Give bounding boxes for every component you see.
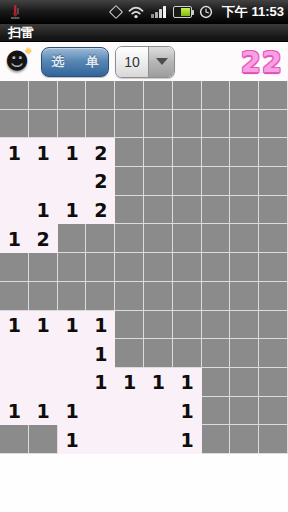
cell-r6c7[interactable] xyxy=(173,224,202,253)
cell-r4c3[interactable] xyxy=(58,167,87,196)
cell-r12c10[interactable] xyxy=(259,397,288,426)
cell-r7c2[interactable] xyxy=(29,253,58,282)
cell-r4c8[interactable] xyxy=(202,167,231,196)
cell-r4c9[interactable] xyxy=(230,167,259,196)
cell-r6c6[interactable] xyxy=(144,224,173,253)
cell-r9c5[interactable] xyxy=(115,311,144,340)
cell-r11c4[interactable]: 1 xyxy=(86,368,115,397)
cell-r4c1[interactable] xyxy=(0,167,29,196)
cell-r4c4[interactable]: 2 xyxy=(86,167,115,196)
cell-r10c2[interactable] xyxy=(29,339,58,368)
usb-debug-icon xyxy=(8,4,22,20)
cell-r7c1[interactable] xyxy=(0,253,29,282)
cell-r11c5[interactable]: 1 xyxy=(115,368,144,397)
cell-r1c5[interactable] xyxy=(115,81,144,110)
screen-background xyxy=(0,454,288,511)
mine-counter: 22 xyxy=(241,45,283,79)
cell-r7c10[interactable] xyxy=(259,253,288,282)
cell-r3c7[interactable] xyxy=(173,138,202,167)
cell-r13c3[interactable]: 1 xyxy=(58,425,87,454)
cell-r13c6[interactable] xyxy=(144,425,173,454)
chevron-down-icon xyxy=(156,58,168,65)
cell-r12c2[interactable]: 1 xyxy=(29,397,58,426)
cell-r2c9[interactable] xyxy=(230,110,259,139)
cell-r5c7[interactable] xyxy=(173,196,202,225)
cell-r12c6[interactable] xyxy=(144,397,173,426)
cell-r3c6[interactable] xyxy=(144,138,173,167)
cell-r9c8[interactable] xyxy=(202,311,231,340)
cell-r1c2[interactable] xyxy=(29,81,58,110)
cell-r5c10[interactable] xyxy=(259,196,288,225)
cell-r11c2[interactable] xyxy=(29,368,58,397)
cell-r2c7[interactable] xyxy=(173,110,202,139)
cell-r11c6[interactable]: 1 xyxy=(144,368,173,397)
cell-r13c4[interactable] xyxy=(86,425,115,454)
toolbar: ☻ ✦ 选 单 10 22 xyxy=(0,42,288,81)
cell-r9c9[interactable] xyxy=(230,311,259,340)
cell-r11c8[interactable] xyxy=(202,368,231,397)
cell-r5c3[interactable]: 1 xyxy=(58,196,87,225)
cell-r12c7[interactable]: 1 xyxy=(173,397,202,426)
cell-r9c4[interactable]: 1 xyxy=(86,311,115,340)
cell-r8c6[interactable] xyxy=(144,282,173,311)
cell-r3c9[interactable] xyxy=(230,138,259,167)
board-size-spinner[interactable]: 10 xyxy=(115,46,175,78)
status-time: 下午 11:53 xyxy=(222,3,284,21)
cell-r11c1[interactable] xyxy=(0,368,29,397)
cell-r10c10[interactable] xyxy=(259,339,288,368)
spark-icon: ✦ xyxy=(24,45,33,58)
cell-r11c10[interactable] xyxy=(259,368,288,397)
cell-r6c8[interactable] xyxy=(202,224,231,253)
cell-r8c1[interactable] xyxy=(0,282,29,311)
cell-r13c5[interactable] xyxy=(115,425,144,454)
cell-r6c10[interactable] xyxy=(259,224,288,253)
cell-r5c8[interactable] xyxy=(202,196,231,225)
cell-r2c8[interactable] xyxy=(202,110,231,139)
cell-r1c7[interactable] xyxy=(173,81,202,110)
cell-r13c1[interactable] xyxy=(0,425,29,454)
cell-r13c9[interactable] xyxy=(230,425,259,454)
signal-strength-icon xyxy=(151,6,166,18)
cell-r6c3[interactable] xyxy=(58,224,87,253)
cell-r10c8[interactable] xyxy=(202,339,231,368)
cell-r9c7[interactable] xyxy=(173,311,202,340)
cell-r13c7[interactable]: 1 xyxy=(173,425,202,454)
cell-r2c2[interactable] xyxy=(29,110,58,139)
cell-r8c3[interactable] xyxy=(58,282,87,311)
cell-r6c1[interactable]: 1 xyxy=(0,224,29,253)
cell-r7c5[interactable] xyxy=(115,253,144,282)
minesweeper-board: 1112211212111111111111111 xyxy=(0,81,288,454)
cell-r7c8[interactable] xyxy=(202,253,231,282)
cell-r8c8[interactable] xyxy=(202,282,231,311)
cell-r10c6[interactable] xyxy=(144,339,173,368)
cell-r13c2[interactable] xyxy=(29,425,58,454)
cell-r5c5[interactable] xyxy=(115,196,144,225)
cell-r5c1[interactable] xyxy=(0,196,29,225)
cell-r12c9[interactable] xyxy=(230,397,259,426)
cell-r10c5[interactable] xyxy=(115,339,144,368)
cell-r12c1[interactable]: 1 xyxy=(0,397,29,426)
cell-r2c1[interactable] xyxy=(0,110,29,139)
cell-r7c3[interactable] xyxy=(58,253,87,282)
cell-r2c5[interactable] xyxy=(115,110,144,139)
cell-r4c10[interactable] xyxy=(259,167,288,196)
cell-r11c9[interactable] xyxy=(230,368,259,397)
cell-r9c10[interactable] xyxy=(259,311,288,340)
cell-r1c4[interactable] xyxy=(86,81,115,110)
cell-r6c2[interactable]: 2 xyxy=(29,224,58,253)
cell-r1c8[interactable] xyxy=(202,81,231,110)
menu-button[interactable]: 选 单 xyxy=(41,47,109,77)
cell-r13c8[interactable] xyxy=(202,425,231,454)
cell-r2c6[interactable] xyxy=(144,110,173,139)
status-bar: 下午 11:53 xyxy=(0,0,288,24)
status-icons: 下午 11:53 xyxy=(111,3,284,21)
cell-r1c9[interactable] xyxy=(230,81,259,110)
cell-r1c6[interactable] xyxy=(144,81,173,110)
cell-r8c7[interactable] xyxy=(173,282,202,311)
cell-r5c6[interactable] xyxy=(144,196,173,225)
cell-r2c4[interactable] xyxy=(86,110,115,139)
wifi-icon xyxy=(128,6,144,19)
cell-r9c6[interactable] xyxy=(144,311,173,340)
cell-r1c3[interactable] xyxy=(58,81,87,110)
cell-r8c4[interactable] xyxy=(86,282,115,311)
cell-r9c3[interactable]: 1 xyxy=(58,311,87,340)
cell-r11c7[interactable]: 1 xyxy=(173,368,202,397)
cell-r5c4[interactable]: 2 xyxy=(86,196,115,225)
app-title: 扫雷 xyxy=(8,24,34,42)
battery-icon xyxy=(173,6,192,18)
cell-r8c2[interactable] xyxy=(29,282,58,311)
cell-r10c9[interactable] xyxy=(230,339,259,368)
cell-r8c9[interactable] xyxy=(230,282,259,311)
cell-r3c2[interactable]: 1 xyxy=(29,138,58,167)
cell-r6c9[interactable] xyxy=(230,224,259,253)
spinner-value: 10 xyxy=(116,47,148,77)
cell-r4c7[interactable] xyxy=(173,167,202,196)
cell-r7c6[interactable] xyxy=(144,253,173,282)
cell-r4c2[interactable] xyxy=(29,167,58,196)
cell-r3c5[interactable] xyxy=(115,138,144,167)
cell-r11c3[interactable] xyxy=(58,368,87,397)
cell-r13c10[interactable] xyxy=(259,425,288,454)
cell-r10c4[interactable]: 1 xyxy=(86,339,115,368)
cell-r2c3[interactable] xyxy=(58,110,87,139)
phone-screen: 下午 11:53 扫雷 ☻ ✦ 选 单 10 22 11122112121111… xyxy=(0,0,288,512)
cell-r7c4[interactable] xyxy=(86,253,115,282)
spinner-dropdown-button[interactable] xyxy=(148,47,174,77)
cell-r8c10[interactable] xyxy=(259,282,288,311)
cell-r9c1[interactable]: 1 xyxy=(0,311,29,340)
screen-rotate-icon xyxy=(109,5,123,19)
cell-r12c5[interactable] xyxy=(115,397,144,426)
cell-r2c10[interactable] xyxy=(259,110,288,139)
cell-r4c5[interactable] xyxy=(115,167,144,196)
cell-r10c3[interactable] xyxy=(58,339,87,368)
cell-r4c6[interactable] xyxy=(144,167,173,196)
cell-r1c1[interactable] xyxy=(0,81,29,110)
cell-r10c1[interactable] xyxy=(0,339,29,368)
cell-r1c10[interactable] xyxy=(259,81,288,110)
cell-r8c5[interactable] xyxy=(115,282,144,311)
cell-r12c4[interactable] xyxy=(86,397,115,426)
cell-r5c2[interactable]: 1 xyxy=(29,196,58,225)
alarm-clock-icon xyxy=(199,5,213,19)
cell-r3c4[interactable]: 2 xyxy=(86,138,115,167)
title-bar: 扫雷 xyxy=(0,24,288,42)
cell-r3c8[interactable] xyxy=(202,138,231,167)
cell-r7c7[interactable] xyxy=(173,253,202,282)
cell-r12c8[interactable] xyxy=(202,397,231,426)
cell-r3c1[interactable]: 1 xyxy=(0,138,29,167)
cell-r3c3[interactable]: 1 xyxy=(58,138,87,167)
cell-r3c10[interactable] xyxy=(259,138,288,167)
cell-r6c5[interactable] xyxy=(115,224,144,253)
cell-r5c9[interactable] xyxy=(230,196,259,225)
cell-r9c2[interactable]: 1 xyxy=(29,311,58,340)
face-reset-button[interactable]: ☻ ✦ xyxy=(4,47,32,77)
cell-r7c9[interactable] xyxy=(230,253,259,282)
cell-r6c4[interactable] xyxy=(86,224,115,253)
cell-r10c7[interactable] xyxy=(173,339,202,368)
cell-r12c3[interactable]: 1 xyxy=(58,397,87,426)
